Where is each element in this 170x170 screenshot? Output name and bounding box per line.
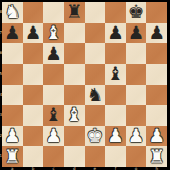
square-h3[interactable] <box>146 105 167 126</box>
square-a3[interactable]: 3 <box>2 105 23 126</box>
white-knight[interactable]: ♞ <box>4 2 21 22</box>
rank-label-8: 8 <box>0 10 2 14</box>
black-knight[interactable]: ♞ <box>87 84 104 104</box>
square-a6[interactable]: 6 <box>2 43 23 64</box>
square-c1[interactable]: c <box>43 146 64 167</box>
chess-board-frame: ♞8♜♚♟7♟♝♟♟♟6♟5♝4♞3♝♝♟2♟♚♟♟♟♜1abcdefg♜h <box>0 0 170 170</box>
square-e4[interactable]: ♞ <box>85 85 106 106</box>
square-g4[interactable] <box>126 85 147 106</box>
square-g3[interactable] <box>126 105 147 126</box>
rank-label-6: 6 <box>0 51 2 55</box>
square-e1[interactable]: e <box>85 146 106 167</box>
black-pawn[interactable]: ♟ <box>128 22 145 42</box>
square-h6[interactable] <box>146 43 167 64</box>
white-pawn[interactable]: ♟ <box>107 126 124 146</box>
square-e6[interactable] <box>85 43 106 64</box>
square-b4[interactable] <box>23 85 44 106</box>
square-c8[interactable] <box>43 2 64 23</box>
square-c6[interactable]: ♟ <box>43 43 64 64</box>
square-b7[interactable]: ♟ <box>23 23 44 44</box>
square-h7[interactable]: ♟ <box>146 23 167 44</box>
square-b1[interactable]: b <box>23 146 44 167</box>
rank-label-5: 5 <box>0 72 2 76</box>
black-king[interactable]: ♚ <box>128 2 145 22</box>
white-bishop[interactable]: ♝ <box>66 105 83 125</box>
square-c3[interactable]: ♝ <box>43 105 64 126</box>
square-d8[interactable]: ♜ <box>64 2 85 23</box>
white-pawn[interactable]: ♟ <box>148 126 165 146</box>
square-d6[interactable] <box>64 43 85 64</box>
square-h8[interactable] <box>146 2 167 23</box>
square-a1[interactable]: ♜1a <box>2 146 23 167</box>
square-f3[interactable] <box>105 105 126 126</box>
square-g5[interactable] <box>126 64 147 85</box>
square-d2[interactable] <box>64 126 85 147</box>
square-g7[interactable]: ♟ <box>126 23 147 44</box>
black-pawn[interactable]: ♟ <box>45 43 62 63</box>
square-h5[interactable] <box>146 64 167 85</box>
white-rook[interactable]: ♜ <box>4 146 21 166</box>
square-c7[interactable]: ♝ <box>43 23 64 44</box>
square-f8[interactable] <box>105 2 126 23</box>
square-d4[interactable] <box>64 85 85 106</box>
square-e7[interactable] <box>85 23 106 44</box>
square-f7[interactable]: ♟ <box>105 23 126 44</box>
black-bishop[interactable]: ♝ <box>107 64 124 84</box>
square-h2[interactable]: ♟ <box>146 126 167 147</box>
square-b2[interactable] <box>23 126 44 147</box>
square-f4[interactable] <box>105 85 126 106</box>
black-pawn[interactable]: ♟ <box>25 22 42 42</box>
file-label-e: e <box>85 167 106 170</box>
square-g8[interactable]: ♚ <box>126 2 147 23</box>
rank-label-4: 4 <box>0 93 2 97</box>
white-king[interactable]: ♚ <box>87 126 104 146</box>
file-label-d: d <box>64 167 85 170</box>
square-e3[interactable] <box>85 105 106 126</box>
square-f2[interactable]: ♟ <box>105 126 126 147</box>
white-pawn[interactable]: ♟ <box>45 126 62 146</box>
file-label-a: a <box>2 167 23 170</box>
square-b8[interactable] <box>23 2 44 23</box>
black-rook[interactable]: ♜ <box>66 2 83 22</box>
rank-label-2: 2 <box>0 134 2 138</box>
rank-label-3: 3 <box>0 113 2 117</box>
file-label-g: g <box>126 167 147 170</box>
black-pawn[interactable]: ♟ <box>4 22 21 42</box>
square-f6[interactable] <box>105 43 126 64</box>
square-d7[interactable] <box>64 23 85 44</box>
square-f1[interactable]: f <box>105 146 126 167</box>
square-b5[interactable] <box>23 64 44 85</box>
chess-board: ♞8♜♚♟7♟♝♟♟♟6♟5♝4♞3♝♝♟2♟♚♟♟♟♜1abcdefg♜h <box>2 2 167 167</box>
square-g1[interactable]: g <box>126 146 147 167</box>
black-pawn[interactable]: ♟ <box>148 22 165 42</box>
square-a5[interactable]: 5 <box>2 64 23 85</box>
square-c2[interactable]: ♟ <box>43 126 64 147</box>
square-a4[interactable]: 4 <box>2 85 23 106</box>
square-e2[interactable]: ♚ <box>85 126 106 147</box>
file-label-f: f <box>105 167 126 170</box>
square-h4[interactable] <box>146 85 167 106</box>
square-d3[interactable]: ♝ <box>64 105 85 126</box>
square-e5[interactable] <box>85 64 106 85</box>
black-pawn[interactable]: ♟ <box>107 22 124 42</box>
square-b3[interactable] <box>23 105 44 126</box>
rank-label-1: 1 <box>0 154 2 158</box>
square-h1[interactable]: ♜h <box>146 146 167 167</box>
square-g2[interactable]: ♟ <box>126 126 147 147</box>
square-a7[interactable]: ♟7 <box>2 23 23 44</box>
white-pawn[interactable]: ♟ <box>128 126 145 146</box>
square-d1[interactable]: d <box>64 146 85 167</box>
rank-label-7: 7 <box>0 31 2 35</box>
square-c5[interactable] <box>43 64 64 85</box>
file-label-c: c <box>43 167 64 170</box>
square-b6[interactable] <box>23 43 44 64</box>
square-f5[interactable]: ♝ <box>105 64 126 85</box>
square-g6[interactable] <box>126 43 147 64</box>
file-label-b: b <box>23 167 44 170</box>
square-a2[interactable]: ♟2 <box>2 126 23 147</box>
file-label-h: h <box>146 167 167 170</box>
white-pawn[interactable]: ♟ <box>4 126 21 146</box>
square-e8[interactable] <box>85 2 106 23</box>
square-c4[interactable] <box>43 85 64 106</box>
black-bishop[interactable]: ♝ <box>45 105 62 125</box>
white-rook[interactable]: ♜ <box>148 146 165 166</box>
square-d5[interactable] <box>64 64 85 85</box>
square-a8[interactable]: ♞8 <box>2 2 23 23</box>
white-bishop[interactable]: ♝ <box>45 22 62 42</box>
